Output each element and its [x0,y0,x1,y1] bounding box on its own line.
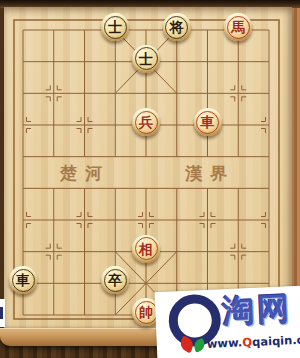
piece-glyph: 卒 [108,273,122,287]
xiangqi-game-screen: 楚河 漢界 士将馬士兵車相車卒帥 淘网 www.Qqaiqin.com [0,0,300,358]
watermark-brand-text: 淘网 [221,287,293,334]
piece-glyph: 車 [201,115,215,129]
piece-black-general[interactable]: 将 [163,13,191,41]
piece-glyph: 士 [108,20,122,34]
watermark-fragment-left [0,299,5,327]
piece-glyph: 帥 [139,305,153,319]
watermark: 淘网 www.Qqaiqin.com [154,286,300,358]
piece-red-elephant[interactable]: 相 [132,235,160,263]
url-rest: qaiqin.com [252,332,300,349]
river-label-han-jie: 漢界 [185,162,235,185]
url-prefix: www. [207,335,243,351]
piece-glyph: 相 [139,242,153,256]
piece-glyph: 馬 [231,20,245,34]
piece-glyph: 将 [170,20,184,34]
river-label-chu-he: 楚河 [60,162,110,185]
piece-red-soldier[interactable]: 兵 [132,108,160,136]
piece-red-chariot[interactable]: 車 [194,108,222,136]
piece-glyph: 兵 [139,115,153,129]
piece-glyph: 士 [139,52,153,66]
piece-black-advisor[interactable]: 士 [132,45,160,73]
piece-glyph: 車 [16,273,30,287]
watermark-url: www.Qqaiqin.com [207,332,300,351]
